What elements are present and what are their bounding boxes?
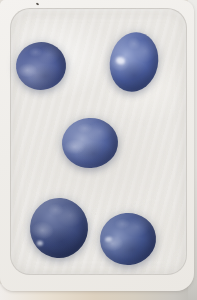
sapphire-bottom-right [98, 211, 158, 268]
sapphire-bottom-left [28, 196, 90, 260]
gem-case-photo [0, 0, 197, 300]
sapphire-middle-facets [61, 117, 120, 170]
sapphire-top-right-facets [104, 28, 163, 97]
sapphire-middle [61, 117, 120, 170]
sapphire-top-left-facets [14, 40, 69, 93]
sapphire-top-right [104, 28, 163, 97]
stones-layer [0, 0, 197, 300]
sapphire-bottom-left-facets [28, 196, 90, 260]
sapphire-top-left [14, 40, 69, 93]
